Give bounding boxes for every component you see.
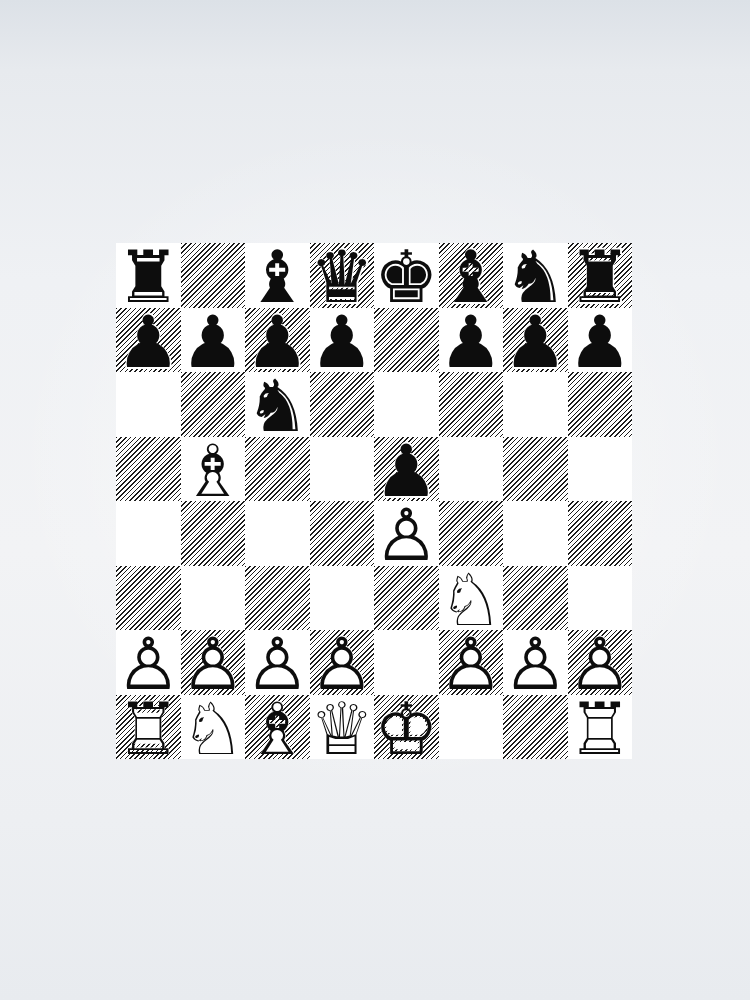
square-a1: ♜♖ xyxy=(116,695,181,760)
square-e7 xyxy=(374,308,439,373)
square-d4 xyxy=(310,501,375,566)
square-h7: ♟♟ xyxy=(568,308,633,373)
white-rook-glyph: ♖ xyxy=(568,697,633,762)
square-b6 xyxy=(181,372,246,437)
square-d5 xyxy=(310,437,375,502)
square-c5 xyxy=(245,437,310,502)
black-king: ♚♚ xyxy=(374,245,439,310)
square-e2 xyxy=(374,630,439,695)
square-c1: ♝♗ xyxy=(245,695,310,760)
white-rook: ♜♖ xyxy=(568,697,633,762)
square-g1 xyxy=(503,695,568,760)
white-rook: ♜♖ xyxy=(116,697,181,762)
black-pawn-glyph: ♟ xyxy=(439,310,504,375)
square-e1: ♚♔ xyxy=(374,695,439,760)
square-g4 xyxy=(503,501,568,566)
square-b3 xyxy=(181,566,246,631)
square-h6 xyxy=(568,372,633,437)
black-pawn: ♟♟ xyxy=(503,310,568,375)
square-h4 xyxy=(568,501,633,566)
square-a5 xyxy=(116,437,181,502)
square-h1: ♜♖ xyxy=(568,695,633,760)
white-pawn: ♟♙ xyxy=(439,632,504,697)
black-pawn: ♟♟ xyxy=(116,310,181,375)
white-pawn-glyph: ♙ xyxy=(374,503,439,568)
black-king-glyph: ♚ xyxy=(374,245,439,310)
white-knight-glyph: ♘ xyxy=(181,697,246,762)
white-bishop-glyph: ♗ xyxy=(181,439,246,504)
poster-background: ♜♜♝♝♛♛♚♚♝♝♞♞♜♜♟♟♟♟♟♟♟♟♟♟♟♟♟♟♞♞♝♗♟♟♟♙♞♘♟♙… xyxy=(0,0,750,1000)
white-queen-glyph: ♕ xyxy=(310,697,375,762)
square-g6 xyxy=(503,372,568,437)
square-c4 xyxy=(245,501,310,566)
black-pawn-glyph: ♟ xyxy=(181,310,246,375)
white-pawn-glyph: ♙ xyxy=(439,632,504,697)
square-a7: ♟♟ xyxy=(116,308,181,373)
white-king: ♚♔ xyxy=(374,697,439,762)
square-g2: ♟♙ xyxy=(503,630,568,695)
chess-board: ♜♜♝♝♛♛♚♚♝♝♞♞♜♜♟♟♟♟♟♟♟♟♟♟♟♟♟♟♞♞♝♗♟♟♟♙♞♘♟♙… xyxy=(116,243,632,759)
square-h3 xyxy=(568,566,633,631)
square-a6 xyxy=(116,372,181,437)
square-f5 xyxy=(439,437,504,502)
square-a2: ♟♙ xyxy=(116,630,181,695)
white-pawn: ♟♙ xyxy=(374,503,439,568)
square-a4 xyxy=(116,501,181,566)
white-queen: ♛♕ xyxy=(310,697,375,762)
square-e3 xyxy=(374,566,439,631)
black-pawn: ♟♟ xyxy=(568,310,633,375)
square-f2: ♟♙ xyxy=(439,630,504,695)
square-c3 xyxy=(245,566,310,631)
square-e4: ♟♙ xyxy=(374,501,439,566)
square-e8: ♚♚ xyxy=(374,243,439,308)
black-pawn-glyph: ♟ xyxy=(568,310,633,375)
square-b1: ♞♘ xyxy=(181,695,246,760)
square-b7: ♟♟ xyxy=(181,308,246,373)
square-f3: ♞♘ xyxy=(439,566,504,631)
square-h2: ♟♙ xyxy=(568,630,633,695)
black-knight-glyph: ♞ xyxy=(245,374,310,439)
black-pawn: ♟♟ xyxy=(439,310,504,375)
white-king-glyph: ♔ xyxy=(374,697,439,762)
square-d6 xyxy=(310,372,375,437)
black-pawn: ♟♟ xyxy=(310,310,375,375)
white-knight: ♞♘ xyxy=(181,697,246,762)
square-f7: ♟♟ xyxy=(439,308,504,373)
square-d1: ♛♕ xyxy=(310,695,375,760)
square-f4 xyxy=(439,501,504,566)
square-b2: ♟♙ xyxy=(181,630,246,695)
square-a3 xyxy=(116,566,181,631)
square-g5 xyxy=(503,437,568,502)
black-pawn: ♟♟ xyxy=(181,310,246,375)
square-h5 xyxy=(568,437,633,502)
square-c6: ♞♞ xyxy=(245,372,310,437)
white-bishop: ♝♗ xyxy=(245,697,310,762)
square-f6 xyxy=(439,372,504,437)
square-c2: ♟♙ xyxy=(245,630,310,695)
white-rook-glyph: ♖ xyxy=(116,697,181,762)
square-g7: ♟♟ xyxy=(503,308,568,373)
black-knight: ♞♞ xyxy=(245,374,310,439)
square-d7: ♟♟ xyxy=(310,308,375,373)
square-g3 xyxy=(503,566,568,631)
white-pawn: ♟♙ xyxy=(503,632,568,697)
black-pawn-glyph: ♟ xyxy=(310,310,375,375)
white-pawn-glyph: ♙ xyxy=(503,632,568,697)
white-bishop-glyph: ♗ xyxy=(245,697,310,762)
square-e5: ♟♟ xyxy=(374,437,439,502)
black-pawn-glyph: ♟ xyxy=(503,310,568,375)
white-bishop: ♝♗ xyxy=(181,439,246,504)
square-f1 xyxy=(439,695,504,760)
square-b5: ♝♗ xyxy=(181,437,246,502)
square-d3 xyxy=(310,566,375,631)
square-d2: ♟♙ xyxy=(310,630,375,695)
square-b4 xyxy=(181,501,246,566)
black-pawn-glyph: ♟ xyxy=(116,310,181,375)
